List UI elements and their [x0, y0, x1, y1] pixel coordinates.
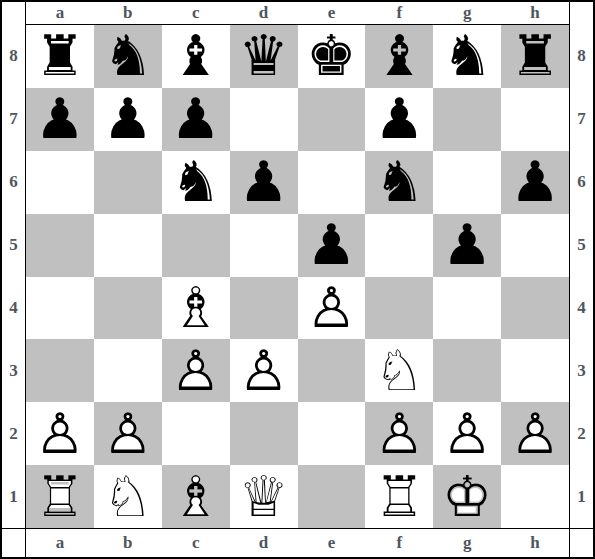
white-pawn: ♟♙	[230, 339, 298, 402]
file-labels-bottom: abcdefgh	[26, 528, 569, 557]
file-label-g: g	[463, 533, 472, 553]
piece-outline-glyph: ♙	[501, 402, 569, 465]
square-a7[interactable]: ♟	[26, 88, 94, 151]
file-label-f: f	[396, 533, 402, 553]
square-e6[interactable]	[298, 151, 366, 214]
square-e4[interactable]: ♟♙	[298, 277, 366, 340]
square-g6[interactable]	[433, 151, 501, 214]
square-e3[interactable]	[298, 339, 366, 402]
black-rook: ♜	[501, 25, 569, 88]
black-knight: ♞	[162, 151, 230, 214]
piece-outline-glyph: ♙	[162, 339, 230, 402]
piece-outline-glyph: ♕	[230, 465, 298, 528]
square-f4[interactable]	[365, 277, 433, 340]
square-d3[interactable]: ♟♙	[230, 339, 298, 402]
black-knight: ♞	[433, 25, 501, 88]
black-bishop: ♝	[365, 25, 433, 88]
piece-outline-glyph: ♙	[94, 402, 162, 465]
square-d6[interactable]: ♟	[230, 151, 298, 214]
piece-glyph: ♟	[230, 151, 298, 214]
square-h3[interactable]	[501, 339, 569, 402]
piece-glyph: ♟	[298, 214, 366, 277]
square-e2[interactable]	[298, 402, 366, 465]
square-a6[interactable]	[26, 151, 94, 214]
square-a2[interactable]: ♟♙	[26, 402, 94, 465]
file-label-c: c	[192, 533, 200, 553]
square-f3[interactable]: ♞♘	[365, 339, 433, 402]
piece-glyph: ♝	[162, 25, 230, 88]
rank-label-1: 1	[9, 487, 18, 507]
file-label-g: g	[463, 3, 472, 23]
piece-glyph: ♟	[433, 214, 501, 277]
square-h4[interactable]	[501, 277, 569, 340]
square-c3[interactable]: ♟♙	[162, 339, 230, 402]
corner-top-left	[2, 2, 26, 25]
square-c4[interactable]: ♝♗	[162, 277, 230, 340]
rank-label-2: 2	[577, 424, 586, 444]
square-b8[interactable]: ♞	[94, 25, 162, 88]
square-f1[interactable]: ♜♖	[365, 465, 433, 528]
black-pawn: ♟	[501, 151, 569, 214]
piece-glyph: ♞	[162, 151, 230, 214]
chessboard-frame: abcdefgh 87654321 ♜♞♝♛♚♝♞♜♟♟♟♟♞♟♞♟♟♟♝♗♟♙…	[0, 0, 595, 559]
square-a1[interactable]: ♜♖	[26, 465, 94, 528]
square-b6[interactable]	[94, 151, 162, 214]
rank-label-8: 8	[9, 46, 18, 66]
white-pawn: ♟♙	[26, 402, 94, 465]
rank-label-4: 4	[577, 298, 586, 318]
square-e5[interactable]: ♟	[298, 214, 366, 277]
piece-outline-glyph: ♙	[365, 402, 433, 465]
piece-outline-glyph: ♘	[94, 465, 162, 528]
black-pawn: ♟	[433, 214, 501, 277]
black-pawn: ♟	[230, 151, 298, 214]
black-pawn: ♟	[365, 88, 433, 151]
square-e1[interactable]	[298, 465, 366, 528]
rank-labels-left: 87654321	[2, 25, 26, 528]
square-d1[interactable]: ♛♕	[230, 465, 298, 528]
white-pawn: ♟♙	[162, 339, 230, 402]
square-a8[interactable]: ♜	[26, 25, 94, 88]
piece-glyph: ♜	[26, 25, 94, 88]
square-h6[interactable]: ♟	[501, 151, 569, 214]
white-pawn: ♟♙	[365, 402, 433, 465]
rank-label-6: 6	[9, 172, 18, 192]
square-b2[interactable]: ♟♙	[94, 402, 162, 465]
file-label-d: d	[259, 533, 268, 553]
square-e8[interactable]: ♚	[298, 25, 366, 88]
square-a4[interactable]	[26, 277, 94, 340]
square-d8[interactable]: ♛	[230, 25, 298, 88]
piece-glyph: ♟	[501, 151, 569, 214]
white-knight: ♞♘	[365, 339, 433, 402]
black-pawn: ♟	[94, 88, 162, 151]
piece-outline-glyph: ♖	[26, 465, 94, 528]
piece-outline-glyph: ♙	[298, 277, 366, 340]
piece-outline-glyph: ♗	[162, 277, 230, 340]
square-h1[interactable]	[501, 465, 569, 528]
square-c8[interactable]: ♝	[162, 25, 230, 88]
rank-label-4: 4	[9, 298, 18, 318]
rank-label-6: 6	[577, 172, 586, 192]
square-b5[interactable]	[94, 214, 162, 277]
rank-label-5: 5	[9, 235, 18, 255]
square-f2[interactable]: ♟♙	[365, 402, 433, 465]
white-king: ♚♔	[433, 465, 501, 528]
piece-glyph: ♚	[298, 25, 366, 88]
rank-label-8: 8	[577, 46, 586, 66]
square-h8[interactable]: ♜	[501, 25, 569, 88]
square-b4[interactable]	[94, 277, 162, 340]
square-f7[interactable]: ♟	[365, 88, 433, 151]
square-h5[interactable]	[501, 214, 569, 277]
file-label-e: e	[328, 3, 336, 23]
black-queen: ♛	[230, 25, 298, 88]
corner-bottom-right	[569, 528, 593, 557]
piece-outline-glyph: ♙	[26, 402, 94, 465]
square-g7[interactable]	[433, 88, 501, 151]
white-pawn: ♟♙	[298, 277, 366, 340]
piece-outline-glyph: ♔	[433, 465, 501, 528]
square-d2[interactable]	[230, 402, 298, 465]
board: ♜♞♝♛♚♝♞♜♟♟♟♟♞♟♞♟♟♟♝♗♟♙♟♙♟♙♞♘♟♙♟♙♟♙♟♙♟♙♜♖…	[26, 25, 569, 528]
square-h7[interactable]	[501, 88, 569, 151]
file-labels-top: abcdefgh	[26, 2, 569, 25]
file-label-a: a	[56, 533, 65, 553]
piece-outline-glyph: ♗	[162, 465, 230, 528]
square-b3[interactable]	[94, 339, 162, 402]
piece-glyph: ♛	[230, 25, 298, 88]
black-bishop: ♝	[162, 25, 230, 88]
black-rook: ♜	[26, 25, 94, 88]
square-f6[interactable]: ♞	[365, 151, 433, 214]
square-c2[interactable]	[162, 402, 230, 465]
piece-glyph: ♟	[365, 88, 433, 151]
rank-label-3: 3	[577, 361, 586, 381]
file-label-b: b	[123, 533, 132, 553]
white-rook: ♜♖	[365, 465, 433, 528]
white-queen: ♛♕	[230, 465, 298, 528]
corner-bottom-left	[2, 528, 26, 557]
square-g4[interactable]	[433, 277, 501, 340]
file-label-h: h	[530, 3, 539, 23]
file-label-e: e	[328, 533, 336, 553]
white-knight: ♞♘	[94, 465, 162, 528]
piece-outline-glyph: ♘	[365, 339, 433, 402]
square-d5[interactable]	[230, 214, 298, 277]
rank-labels-right: 87654321	[569, 25, 593, 528]
rank-label-7: 7	[9, 109, 18, 129]
piece-outline-glyph: ♖	[365, 465, 433, 528]
square-c7[interactable]: ♟	[162, 88, 230, 151]
square-e7[interactable]	[298, 88, 366, 151]
file-label-c: c	[192, 3, 200, 23]
square-d7[interactable]	[230, 88, 298, 151]
white-rook: ♜♖	[26, 465, 94, 528]
white-pawn: ♟♙	[94, 402, 162, 465]
square-d4[interactable]	[230, 277, 298, 340]
piece-glyph: ♞	[94, 25, 162, 88]
file-label-h: h	[530, 533, 539, 553]
square-f8[interactable]: ♝	[365, 25, 433, 88]
square-c6[interactable]: ♞	[162, 151, 230, 214]
white-bishop: ♝♗	[162, 465, 230, 528]
black-knight: ♞	[365, 151, 433, 214]
file-label-d: d	[259, 3, 268, 23]
piece-glyph: ♟	[162, 88, 230, 151]
piece-glyph: ♟	[26, 88, 94, 151]
rank-label-1: 1	[577, 487, 586, 507]
file-label-a: a	[56, 3, 65, 23]
square-a5[interactable]	[26, 214, 94, 277]
black-knight: ♞	[94, 25, 162, 88]
square-c5[interactable]	[162, 214, 230, 277]
white-pawn: ♟♙	[501, 402, 569, 465]
piece-glyph: ♟	[94, 88, 162, 151]
black-pawn: ♟	[26, 88, 94, 151]
square-f5[interactable]	[365, 214, 433, 277]
black-king: ♚	[298, 25, 366, 88]
square-b7[interactable]: ♟	[94, 88, 162, 151]
square-c1[interactable]: ♝♗	[162, 465, 230, 528]
white-pawn: ♟♙	[433, 402, 501, 465]
rank-label-3: 3	[9, 361, 18, 381]
rank-label-7: 7	[577, 109, 586, 129]
square-h2[interactable]: ♟♙	[501, 402, 569, 465]
white-bishop: ♝♗	[162, 277, 230, 340]
square-g5[interactable]: ♟	[433, 214, 501, 277]
square-g8[interactable]: ♞	[433, 25, 501, 88]
file-label-f: f	[396, 3, 402, 23]
rank-label-5: 5	[577, 235, 586, 255]
black-pawn: ♟	[162, 88, 230, 151]
square-b1[interactable]: ♞♘	[94, 465, 162, 528]
square-a3[interactable]	[26, 339, 94, 402]
square-g3[interactable]	[433, 339, 501, 402]
rank-label-2: 2	[9, 424, 18, 444]
black-pawn: ♟	[298, 214, 366, 277]
square-g2[interactable]: ♟♙	[433, 402, 501, 465]
piece-outline-glyph: ♙	[433, 402, 501, 465]
piece-glyph: ♝	[365, 25, 433, 88]
piece-glyph: ♞	[433, 25, 501, 88]
piece-glyph: ♞	[365, 151, 433, 214]
square-g1[interactable]: ♚♔	[433, 465, 501, 528]
corner-top-right	[569, 2, 593, 25]
piece-outline-glyph: ♙	[230, 339, 298, 402]
piece-glyph: ♜	[501, 25, 569, 88]
file-label-b: b	[123, 3, 132, 23]
